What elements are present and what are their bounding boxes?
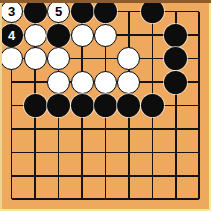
black-stone	[24, 0, 47, 23]
go-board: 354	[0, 0, 211, 211]
intersection-r1c5[interactable]	[117, 23, 140, 46]
intersection-r5c2[interactable]	[47, 117, 70, 140]
intersection-r3c2[interactable]	[47, 70, 70, 93]
intersection-r4c0[interactable]	[0, 94, 23, 117]
intersection-r7c5[interactable]	[117, 164, 140, 187]
white-stone	[47, 47, 70, 70]
intersection-r6c2[interactable]	[47, 141, 70, 164]
black-stone	[141, 0, 164, 23]
intersection-r0c1[interactable]	[23, 0, 46, 23]
intersection-r1c6[interactable]	[141, 23, 164, 46]
intersection-r2c1[interactable]	[23, 47, 46, 70]
intersection-r2c6[interactable]	[141, 47, 164, 70]
intersection-r1c4[interactable]	[94, 23, 117, 46]
intersection-r8c0[interactable]	[0, 188, 23, 211]
intersection-r1c3[interactable]	[70, 23, 93, 46]
intersection-r3c1[interactable]	[23, 70, 46, 93]
intersection-r4c1[interactable]	[23, 94, 46, 117]
black-stone	[47, 94, 70, 117]
intersection-r0c6[interactable]	[141, 0, 164, 23]
intersection-r5c8[interactable]	[188, 117, 211, 140]
white-stone	[117, 71, 140, 94]
intersection-r5c7[interactable]	[164, 117, 187, 140]
intersection-r7c2[interactable]	[47, 164, 70, 187]
intersection-r1c0[interactable]: 4	[0, 23, 23, 46]
intersection-r3c7[interactable]	[164, 70, 187, 93]
intersection-r8c7[interactable]	[164, 188, 187, 211]
intersection-r7c1[interactable]	[23, 164, 46, 187]
move-number-label: 3	[8, 5, 15, 18]
intersection-r2c2[interactable]	[47, 47, 70, 70]
intersection-r3c8[interactable]	[188, 70, 211, 93]
intersection-r3c4[interactable]	[94, 70, 117, 93]
intersection-r3c3[interactable]	[70, 70, 93, 93]
black-stone: 4	[0, 24, 23, 47]
intersection-r8c4[interactable]	[94, 188, 117, 211]
intersection-r5c0[interactable]	[0, 117, 23, 140]
intersection-r2c7[interactable]	[164, 47, 187, 70]
intersection-r1c2[interactable]	[47, 23, 70, 46]
white-stone	[24, 24, 47, 47]
intersection-r4c4[interactable]	[94, 94, 117, 117]
intersection-r6c5[interactable]	[117, 141, 140, 164]
black-stone	[164, 24, 187, 47]
intersection-r4c6[interactable]	[141, 94, 164, 117]
white-stone	[24, 47, 47, 70]
intersection-r8c6[interactable]	[141, 188, 164, 211]
intersection-r0c5[interactable]	[117, 0, 140, 23]
move-number-label: 5	[55, 5, 62, 18]
black-stone	[164, 47, 187, 70]
intersection-r4c7[interactable]	[164, 94, 187, 117]
intersection-r4c8[interactable]	[188, 94, 211, 117]
intersection-r8c3[interactable]	[70, 188, 93, 211]
intersection-r4c2[interactable]	[47, 94, 70, 117]
intersection-r2c0[interactable]	[0, 47, 23, 70]
white-stone	[47, 71, 70, 94]
white-stone	[94, 71, 117, 94]
black-stone	[94, 94, 117, 117]
intersection-r6c3[interactable]	[70, 141, 93, 164]
black-stone	[71, 0, 94, 23]
black-stone	[24, 94, 47, 117]
intersection-r0c7[interactable]	[164, 0, 187, 23]
intersection-r7c4[interactable]	[94, 164, 117, 187]
white-stone	[0, 47, 23, 70]
black-stone	[47, 24, 70, 47]
intersection-r3c5[interactable]	[117, 70, 140, 93]
intersection-r7c8[interactable]	[188, 164, 211, 187]
black-stone	[164, 71, 187, 94]
board-frame-right	[209, 3, 212, 212]
intersection-r0c4[interactable]	[94, 0, 117, 23]
intersection-r6c7[interactable]	[164, 141, 187, 164]
black-stone	[141, 94, 164, 117]
board-frame-bottom	[0, 209, 211, 212]
intersection-r2c5[interactable]	[117, 47, 140, 70]
intersection-r6c4[interactable]	[94, 141, 117, 164]
white-stone: 5	[47, 0, 70, 23]
move-number-label: 4	[8, 29, 15, 42]
intersection-r5c1[interactable]	[23, 117, 46, 140]
intersection-r8c2[interactable]	[47, 188, 70, 211]
intersection-r0c3[interactable]	[70, 0, 93, 23]
intersection-r0c0[interactable]: 3	[0, 0, 23, 23]
intersection-r1c8[interactable]	[188, 23, 211, 46]
intersection-r4c3[interactable]	[70, 94, 93, 117]
intersection-r3c6[interactable]	[141, 70, 164, 93]
black-stone	[71, 94, 94, 117]
white-stone: 3	[0, 0, 23, 23]
intersection-r0c2[interactable]: 5	[47, 0, 70, 23]
intersection-r2c8[interactable]	[188, 47, 211, 70]
intersection-r6c6[interactable]	[141, 141, 164, 164]
intersection-r6c8[interactable]	[188, 141, 211, 164]
black-stone	[94, 0, 117, 23]
intersection-r2c3[interactable]	[70, 47, 93, 70]
intersection-r7c3[interactable]	[70, 164, 93, 187]
intersection-r5c6[interactable]	[141, 117, 164, 140]
white-stone	[71, 24, 94, 47]
intersection-r5c3[interactable]	[70, 117, 93, 140]
black-stone	[117, 94, 140, 117]
white-stone	[94, 24, 117, 47]
intersection-r8c1[interactable]	[23, 188, 46, 211]
intersection-r6c0[interactable]	[0, 141, 23, 164]
intersection-r6c1[interactable]	[23, 141, 46, 164]
intersection-r1c7[interactable]	[164, 23, 187, 46]
intersection-r4c5[interactable]	[117, 94, 140, 117]
go-diagram: 354	[0, 0, 211, 211]
intersection-r0c8[interactable]	[188, 0, 211, 23]
white-stone	[117, 47, 140, 70]
intersection-r1c1[interactable]	[23, 23, 46, 46]
board-frame-left	[0, 3, 2, 212]
intersection-r5c4[interactable]	[94, 117, 117, 140]
board-frame-top	[0, 0, 211, 3]
intersection-r5c5[interactable]	[117, 117, 140, 140]
white-stone	[71, 71, 94, 94]
intersection-r7c6[interactable]	[141, 164, 164, 187]
intersection-r7c7[interactable]	[164, 164, 187, 187]
intersection-r8c8[interactable]	[188, 188, 211, 211]
intersection-r2c4[interactable]	[94, 47, 117, 70]
intersection-r8c5[interactable]	[117, 188, 140, 211]
intersection-r3c0[interactable]	[0, 70, 23, 93]
intersection-r7c0[interactable]	[0, 164, 23, 187]
